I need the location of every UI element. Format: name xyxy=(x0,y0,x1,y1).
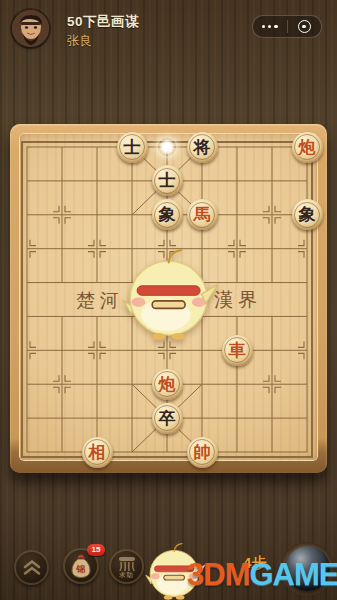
more-dots-icon xyxy=(262,25,278,28)
piece-red-相[interactable]: 相 xyxy=(82,437,113,468)
bag-char: 锦 xyxy=(76,564,86,574)
piece-red-馬[interactable]: 馬 xyxy=(187,199,218,230)
avatar-face-icon xyxy=(12,10,49,47)
curtain-icon xyxy=(118,556,136,572)
piece-red-帥[interactable]: 帥 xyxy=(187,437,218,468)
piece-red-車[interactable]: 車 xyxy=(222,335,253,366)
hint-bag-button[interactable]: 锦 15 xyxy=(63,548,99,584)
piece-black-士[interactable]: 士 xyxy=(117,132,148,163)
wechat-capsule xyxy=(252,15,322,38)
double-chevron-up-icon xyxy=(23,560,41,575)
menu-button[interactable] xyxy=(14,550,49,585)
piece-black-象[interactable]: 象 xyxy=(152,199,183,230)
player-name: 张良 xyxy=(67,33,92,50)
piece-black-象[interactable]: 象 xyxy=(292,199,323,230)
app-screen: 50下邑画谋 张良 楚河 漢界 士将炮士象馬象車炮卒相帥 xyxy=(0,0,337,600)
help-label: 求助 xyxy=(109,571,144,580)
piece-black-士[interactable]: 士 xyxy=(152,165,183,196)
piece-red-炮[interactable]: 炮 xyxy=(292,132,323,163)
piece-black-将[interactable]: 将 xyxy=(187,132,218,163)
piece-black-卒[interactable]: 卒 xyxy=(152,403,183,434)
steps-remaining: 4步 xyxy=(243,554,266,573)
hint-count-badge: 15 xyxy=(87,544,105,556)
avatar xyxy=(12,10,49,47)
piece-red-炮[interactable]: 炮 xyxy=(152,369,183,400)
page-title: 50下邑画谋 xyxy=(67,13,139,31)
black-orb-button[interactable] xyxy=(285,546,330,591)
money-bag-icon: 锦 xyxy=(69,553,93,579)
circle-target-icon xyxy=(298,20,311,33)
help-button[interactable]: 求助 xyxy=(109,549,144,584)
close-minimize-button[interactable] xyxy=(288,16,322,37)
more-button[interactable] xyxy=(253,16,287,37)
